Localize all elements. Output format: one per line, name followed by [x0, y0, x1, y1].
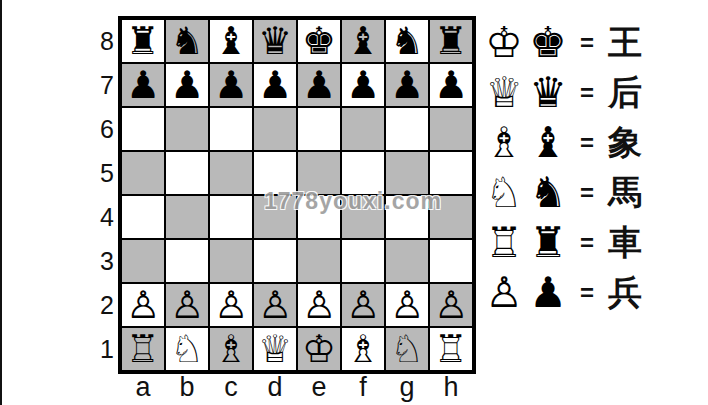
square-h2[interactable]: ♙	[429, 283, 473, 327]
square-f7[interactable]: ♟	[341, 63, 385, 107]
square-h4[interactable]	[429, 195, 473, 239]
white-king-piece: ♔	[302, 328, 336, 370]
board-frame: ♜♞♝♛♚♝♞♜♟♟♟♟♟♟♟♟♙♙♙♙♙♙♙♙♖♘♗♕♔♗♘♖	[118, 16, 476, 374]
chess-diagram: 87654321 ♜♞♝♛♚♝♞♜♟♟♟♟♟♟♟♟♙♙♙♙♙♙♙♙♖♘♗♕♔♗♘…	[0, 0, 708, 405]
square-h1[interactable]: ♖	[429, 327, 473, 371]
legend-row-pawn: ♙♟=兵	[482, 268, 642, 318]
square-c7[interactable]: ♟	[209, 63, 253, 107]
black-king-piece: ♚	[302, 20, 336, 62]
white-king-icon: ♔	[482, 20, 526, 66]
black-rook-piece: ♜	[434, 20, 468, 62]
square-f6[interactable]	[341, 107, 385, 151]
legend-row-bishop: ♗♝=象	[482, 118, 642, 168]
square-f4[interactable]	[341, 195, 385, 239]
square-b1[interactable]: ♘	[165, 327, 209, 371]
rank-labels: 87654321	[86, 19, 114, 371]
square-g6[interactable]	[385, 107, 429, 151]
piece-legend: ♔♚=王♕♛=后♗♝=象♘♞=馬♖♜=車♙♟=兵	[482, 18, 642, 318]
legend-label-king: 王	[608, 20, 642, 66]
square-b4[interactable]	[165, 195, 209, 239]
legend-equals-sign: =	[580, 79, 594, 107]
black-rook-icon: ♜	[526, 220, 570, 266]
white-pawn-piece: ♙	[302, 284, 336, 326]
white-queen-icon: ♕	[482, 70, 526, 116]
square-a1[interactable]: ♖	[121, 327, 165, 371]
square-a8[interactable]: ♜	[121, 19, 165, 63]
square-g3[interactable]	[385, 239, 429, 283]
white-pawn-icon: ♙	[482, 270, 526, 316]
legend-label-rook: 車	[608, 220, 642, 266]
white-queen-piece: ♕	[258, 328, 292, 370]
black-pawn-piece: ♟	[126, 64, 160, 106]
file-label-g: g	[385, 372, 429, 402]
white-bishop-icon: ♗	[482, 120, 526, 166]
file-label-f: f	[341, 372, 385, 402]
file-label-b: b	[165, 372, 209, 402]
legend-row-queen: ♕♛=后	[482, 68, 642, 118]
square-h5[interactable]	[429, 151, 473, 195]
square-f1[interactable]: ♗	[341, 327, 385, 371]
square-c1[interactable]: ♗	[209, 327, 253, 371]
legend-equals-sign: =	[580, 229, 594, 257]
square-e2[interactable]: ♙	[297, 283, 341, 327]
black-pawn-piece: ♟	[434, 64, 468, 106]
black-knight-piece: ♞	[170, 20, 204, 62]
square-g7[interactable]: ♟	[385, 63, 429, 107]
white-pawn-piece: ♙	[170, 284, 204, 326]
square-f3[interactable]	[341, 239, 385, 283]
square-g4[interactable]	[385, 195, 429, 239]
square-g2[interactable]: ♙	[385, 283, 429, 327]
black-bishop-piece: ♝	[346, 20, 380, 62]
square-b3[interactable]	[165, 239, 209, 283]
white-pawn-piece: ♙	[258, 284, 292, 326]
square-e6[interactable]	[297, 107, 341, 151]
square-d5[interactable]	[253, 151, 297, 195]
legend-label-pawn: 兵	[608, 270, 642, 316]
black-pawn-piece: ♟	[302, 64, 336, 106]
black-pawn-piece: ♟	[170, 64, 204, 106]
square-a2[interactable]: ♙	[121, 283, 165, 327]
square-b5[interactable]	[165, 151, 209, 195]
rank-label-5: 5	[86, 151, 114, 195]
square-e7[interactable]: ♟	[297, 63, 341, 107]
legend-label-queen: 后	[608, 70, 642, 116]
square-g5[interactable]	[385, 151, 429, 195]
black-knight-piece: ♞	[390, 20, 424, 62]
rank-label-1: 1	[86, 327, 114, 371]
square-f2[interactable]: ♙	[341, 283, 385, 327]
square-d7[interactable]: ♟	[253, 63, 297, 107]
black-rook-piece: ♜	[126, 20, 160, 62]
square-d8[interactable]: ♛	[253, 19, 297, 63]
square-c5[interactable]	[209, 151, 253, 195]
square-a5[interactable]	[121, 151, 165, 195]
square-b8[interactable]: ♞	[165, 19, 209, 63]
square-b6[interactable]	[165, 107, 209, 151]
square-e4[interactable]	[297, 195, 341, 239]
legend-row-king: ♔♚=王	[482, 18, 642, 68]
square-g1[interactable]: ♘	[385, 327, 429, 371]
legend-row-knight: ♘♞=馬	[482, 168, 642, 218]
square-b2[interactable]: ♙	[165, 283, 209, 327]
square-d2[interactable]: ♙	[253, 283, 297, 327]
white-knight-piece: ♘	[390, 328, 424, 370]
square-e1[interactable]: ♔	[297, 327, 341, 371]
square-c8[interactable]: ♝	[209, 19, 253, 63]
square-e3[interactable]	[297, 239, 341, 283]
square-h7[interactable]: ♟	[429, 63, 473, 107]
square-g8[interactable]: ♞	[385, 19, 429, 63]
legend-equals-sign: =	[580, 129, 594, 157]
black-pawn-piece: ♟	[346, 64, 380, 106]
square-c3[interactable]	[209, 239, 253, 283]
white-rook-icon: ♖	[482, 220, 526, 266]
square-a7[interactable]: ♟	[121, 63, 165, 107]
square-h3[interactable]	[429, 239, 473, 283]
square-c6[interactable]	[209, 107, 253, 151]
legend-label-bishop: 象	[608, 120, 642, 166]
board: ♜♞♝♛♚♝♞♜♟♟♟♟♟♟♟♟♙♙♙♙♙♙♙♙♖♘♗♕♔♗♘♖	[121, 19, 473, 371]
square-e8[interactable]: ♚	[297, 19, 341, 63]
file-label-c: c	[209, 372, 253, 402]
square-d1[interactable]: ♕	[253, 327, 297, 371]
square-e5[interactable]	[297, 151, 341, 195]
square-h8[interactable]: ♜	[429, 19, 473, 63]
legend-equals-sign: =	[580, 179, 594, 207]
white-pawn-piece: ♙	[390, 284, 424, 326]
white-bishop-piece: ♗	[346, 328, 380, 370]
square-d6[interactable]	[253, 107, 297, 151]
black-pawn-piece: ♟	[390, 64, 424, 106]
square-b7[interactable]: ♟	[165, 63, 209, 107]
square-f5[interactable]	[341, 151, 385, 195]
black-king-icon: ♚	[526, 20, 570, 66]
square-f8[interactable]: ♝	[341, 19, 385, 63]
square-c4[interactable]	[209, 195, 253, 239]
white-pawn-piece: ♙	[214, 284, 248, 326]
legend-equals-sign: =	[580, 29, 594, 57]
white-knight-icon: ♘	[482, 170, 526, 216]
rank-label-7: 7	[86, 63, 114, 107]
rank-label-4: 4	[86, 195, 114, 239]
file-labels: abcdefgh	[121, 372, 473, 402]
black-queen-icon: ♛	[526, 70, 570, 116]
black-pawn-piece: ♟	[214, 64, 248, 106]
black-bishop-icon: ♝	[526, 120, 570, 166]
black-bishop-piece: ♝	[214, 20, 248, 62]
square-a6[interactable]	[121, 107, 165, 151]
black-pawn-piece: ♟	[258, 64, 292, 106]
square-a3[interactable]	[121, 239, 165, 283]
legend-row-rook: ♖♜=車	[482, 218, 642, 268]
white-knight-piece: ♘	[170, 328, 204, 370]
square-d3[interactable]	[253, 239, 297, 283]
file-label-e: e	[297, 372, 341, 402]
white-rook-piece: ♖	[434, 328, 468, 370]
square-a4[interactable]	[121, 195, 165, 239]
legend-label-knight: 馬	[608, 170, 642, 216]
square-c2[interactable]: ♙	[209, 283, 253, 327]
white-pawn-piece: ♙	[126, 284, 160, 326]
white-pawn-piece: ♙	[346, 284, 380, 326]
black-pawn-icon: ♟	[526, 270, 570, 316]
white-pawn-piece: ♙	[434, 284, 468, 326]
white-bishop-piece: ♗	[214, 328, 248, 370]
black-knight-icon: ♞	[526, 170, 570, 216]
legend-equals-sign: =	[580, 279, 594, 307]
square-d4[interactable]	[253, 195, 297, 239]
file-label-h: h	[429, 372, 473, 402]
square-h6[interactable]	[429, 107, 473, 151]
black-queen-piece: ♛	[258, 20, 292, 62]
file-label-a: a	[121, 372, 165, 402]
rank-label-8: 8	[86, 19, 114, 63]
left-edge-line	[0, 0, 2, 405]
white-rook-piece: ♖	[126, 328, 160, 370]
rank-label-6: 6	[86, 107, 114, 151]
rank-label-3: 3	[86, 239, 114, 283]
file-label-d: d	[253, 372, 297, 402]
rank-label-2: 2	[86, 283, 114, 327]
